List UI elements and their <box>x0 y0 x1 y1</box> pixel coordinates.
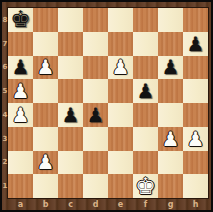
square-f2[interactable] <box>133 151 158 175</box>
square-d6[interactable] <box>83 56 108 80</box>
square-e3[interactable] <box>108 127 133 151</box>
square-a3[interactable] <box>8 127 33 151</box>
square-c1[interactable] <box>58 174 83 198</box>
square-e6[interactable]: ♟ <box>108 56 133 80</box>
square-g2[interactable] <box>158 151 183 175</box>
square-d2[interactable] <box>83 151 108 175</box>
black-pawn[interactable]: ♟ <box>8 56 33 80</box>
square-f5[interactable]: ♟ <box>133 79 158 103</box>
square-g4[interactable] <box>158 103 183 127</box>
white-pawn[interactable]: ♟ <box>33 151 58 175</box>
white-king[interactable]: ♚ <box>133 174 158 198</box>
square-d4[interactable]: ♟ <box>83 103 108 127</box>
square-f6[interactable] <box>133 56 158 80</box>
square-f1[interactable]: ♚ <box>133 174 158 198</box>
square-c3[interactable] <box>58 127 83 151</box>
square-b3[interactable] <box>33 127 58 151</box>
rank-label-8: 8 <box>2 8 8 32</box>
square-e7[interactable] <box>108 32 133 56</box>
white-pawn[interactable]: ♟ <box>158 127 183 151</box>
file-label-f: f <box>133 198 158 210</box>
square-e2[interactable] <box>108 151 133 175</box>
square-c2[interactable] <box>58 151 83 175</box>
file-label-a: a <box>8 198 33 210</box>
square-d1[interactable] <box>83 174 108 198</box>
square-h3[interactable]: ♟ <box>183 127 208 151</box>
rank-label-6: 6 <box>2 56 8 80</box>
rank-coordinates: 87654321 <box>2 8 8 198</box>
rank-label-5: 5 <box>2 79 8 103</box>
square-g7[interactable] <box>158 32 183 56</box>
black-pawn[interactable]: ♟ <box>58 103 83 127</box>
square-c6[interactable] <box>58 56 83 80</box>
rank-label-2: 2 <box>2 151 8 175</box>
square-h2[interactable] <box>183 151 208 175</box>
square-f3[interactable] <box>133 127 158 151</box>
white-pawn[interactable]: ♟ <box>33 56 58 80</box>
square-h7[interactable]: ♟ <box>183 32 208 56</box>
square-g5[interactable] <box>158 79 183 103</box>
square-b6[interactable]: ♟ <box>33 56 58 80</box>
square-b2[interactable]: ♟ <box>33 151 58 175</box>
file-label-b: b <box>33 198 58 210</box>
square-b4[interactable] <box>33 103 58 127</box>
square-g8[interactable] <box>158 8 183 32</box>
square-a6[interactable]: ♟ <box>8 56 33 80</box>
square-h1[interactable] <box>183 174 208 198</box>
square-b7[interactable] <box>33 32 58 56</box>
square-g3[interactable]: ♟ <box>158 127 183 151</box>
square-e8[interactable] <box>108 8 133 32</box>
square-f8[interactable] <box>133 8 158 32</box>
square-e5[interactable] <box>108 79 133 103</box>
black-pawn[interactable]: ♟ <box>183 32 208 56</box>
square-b1[interactable] <box>33 174 58 198</box>
rank-label-7: 7 <box>2 32 8 56</box>
white-pawn[interactable]: ♟ <box>8 79 33 103</box>
file-label-e: e <box>108 198 133 210</box>
square-a1[interactable] <box>8 174 33 198</box>
square-f7[interactable] <box>133 32 158 56</box>
file-label-c: c <box>58 198 83 210</box>
square-h6[interactable] <box>183 56 208 80</box>
file-coordinates: abcdefgh <box>8 198 208 210</box>
chess-board-frame: ♚♟♟♟♟♟♟♟♟♟♟♟♟♟♚ 87654321 abcdefgh <box>0 0 213 212</box>
square-a2[interactable] <box>8 151 33 175</box>
square-f4[interactable] <box>133 103 158 127</box>
file-label-h: h <box>183 198 208 210</box>
black-pawn[interactable]: ♟ <box>133 79 158 103</box>
square-c8[interactable] <box>58 8 83 32</box>
square-g6[interactable]: ♟ <box>158 56 183 80</box>
black-king[interactable]: ♚ <box>8 8 33 32</box>
square-a8[interactable]: ♚ <box>8 8 33 32</box>
rank-label-1: 1 <box>2 174 8 198</box>
file-label-g: g <box>158 198 183 210</box>
square-a4[interactable]: ♟ <box>8 103 33 127</box>
square-d3[interactable] <box>83 127 108 151</box>
white-pawn[interactable]: ♟ <box>8 103 33 127</box>
square-h5[interactable] <box>183 79 208 103</box>
square-b5[interactable] <box>33 79 58 103</box>
black-pawn[interactable]: ♟ <box>158 56 183 80</box>
square-c5[interactable] <box>58 79 83 103</box>
file-label-d: d <box>83 198 108 210</box>
square-c7[interactable] <box>58 32 83 56</box>
square-d8[interactable] <box>83 8 108 32</box>
square-h8[interactable] <box>183 8 208 32</box>
square-e1[interactable] <box>108 174 133 198</box>
white-pawn[interactable]: ♟ <box>108 56 133 80</box>
black-pawn[interactable]: ♟ <box>83 103 108 127</box>
square-e4[interactable] <box>108 103 133 127</box>
rank-label-4: 4 <box>2 103 8 127</box>
square-d7[interactable] <box>83 32 108 56</box>
square-b8[interactable] <box>33 8 58 32</box>
square-h4[interactable] <box>183 103 208 127</box>
square-a5[interactable]: ♟ <box>8 79 33 103</box>
square-d5[interactable] <box>83 79 108 103</box>
rank-label-3: 3 <box>2 127 8 151</box>
square-c4[interactable]: ♟ <box>58 103 83 127</box>
white-pawn[interactable]: ♟ <box>183 127 208 151</box>
chess-board: ♚♟♟♟♟♟♟♟♟♟♟♟♟♟♚ <box>8 8 208 198</box>
square-a7[interactable] <box>8 32 33 56</box>
square-g1[interactable] <box>158 174 183 198</box>
